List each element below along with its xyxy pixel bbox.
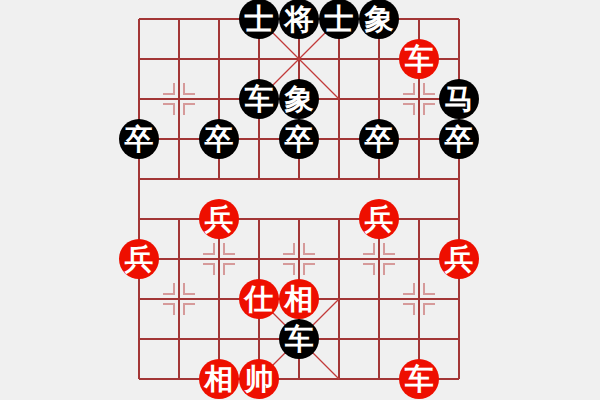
board-point-c6r1[interactable] [359, 39, 399, 79]
board-point-c1r7[interactable] [159, 279, 199, 319]
board-point-c8r7[interactable] [439, 279, 479, 319]
board-point-c1r4[interactable] [159, 159, 199, 199]
board-point-c3r4[interactable] [239, 159, 279, 199]
board-point-c0r5[interactable] [119, 199, 159, 239]
board-point-c2r4[interactable] [199, 159, 239, 199]
board-point-c5r4[interactable] [319, 159, 359, 199]
board-point-c4r7[interactable]: 相 [279, 279, 319, 319]
board-point-c2r5[interactable]: 兵 [199, 199, 239, 239]
board-point-c8r0[interactable] [439, 0, 479, 39]
board-point-c3r6[interactable] [239, 239, 279, 279]
board-point-c8r4[interactable] [439, 159, 479, 199]
board-point-c8r9[interactable] [439, 359, 479, 399]
piece-black-advisor[interactable]: 士 [319, 0, 359, 39]
piece-black-soldier[interactable]: 卒 [279, 119, 319, 159]
board-point-c1r5[interactable] [159, 199, 199, 239]
board-point-c3r0[interactable]: 士 [239, 0, 279, 39]
board-point-c8r8[interactable] [439, 319, 479, 359]
board-grid: 士将士象车车象马卒卒卒卒卒兵兵兵兵仕相车相帅车 [119, 0, 479, 399]
board-point-c1r3[interactable] [159, 119, 199, 159]
board-point-c1r2[interactable] [159, 79, 199, 119]
board-point-c6r2[interactable] [359, 79, 399, 119]
piece-red-elephant[interactable]: 相 [199, 359, 239, 399]
board-point-c1r6[interactable] [159, 239, 199, 279]
piece-red-elephant[interactable]: 相 [279, 279, 319, 319]
board-point-c6r8[interactable] [359, 319, 399, 359]
piece-black-soldier[interactable]: 卒 [199, 119, 239, 159]
board-point-c5r1[interactable] [319, 39, 359, 79]
piece-black-chariot[interactable]: 车 [239, 79, 279, 119]
board-point-c8r1[interactable] [439, 39, 479, 79]
piece-black-soldier[interactable]: 卒 [119, 119, 159, 159]
piece-black-general[interactable]: 将 [279, 0, 319, 39]
board-point-c2r1[interactable] [199, 39, 239, 79]
board-point-c0r6[interactable]: 兵 [119, 239, 159, 279]
board-point-c7r6[interactable] [399, 239, 439, 279]
board-point-c1r1[interactable] [159, 39, 199, 79]
board-point-c4r3[interactable]: 卒 [279, 119, 319, 159]
board-point-c5r8[interactable] [319, 319, 359, 359]
piece-black-soldier[interactable]: 卒 [359, 119, 399, 159]
board-point-c3r9[interactable]: 帅 [239, 359, 279, 399]
board-point-c8r2[interactable]: 马 [439, 79, 479, 119]
board-point-c6r0[interactable]: 象 [359, 0, 399, 39]
board-point-c0r3[interactable]: 卒 [119, 119, 159, 159]
board-point-c5r6[interactable] [319, 239, 359, 279]
board-point-c0r9[interactable] [119, 359, 159, 399]
piece-black-horse[interactable]: 马 [439, 79, 479, 119]
piece-red-soldier[interactable]: 兵 [359, 199, 399, 239]
board-point-c8r3[interactable]: 卒 [439, 119, 479, 159]
board-point-c3r1[interactable] [239, 39, 279, 79]
board-point-c7r5[interactable] [399, 199, 439, 239]
board-point-c2r0[interactable] [199, 0, 239, 39]
board-point-c6r9[interactable] [359, 359, 399, 399]
board-point-c4r5[interactable] [279, 199, 319, 239]
piece-red-chariot[interactable]: 车 [399, 359, 439, 399]
board-point-c7r3[interactable] [399, 119, 439, 159]
board-point-c1r0[interactable] [159, 0, 199, 39]
board-point-c4r2[interactable]: 象 [279, 79, 319, 119]
piece-red-chariot[interactable]: 车 [399, 39, 439, 79]
board-point-c7r9[interactable]: 车 [399, 359, 439, 399]
board-point-c7r7[interactable] [399, 279, 439, 319]
board-point-c6r6[interactable] [359, 239, 399, 279]
board-point-c2r7[interactable] [199, 279, 239, 319]
board-point-c3r3[interactable] [239, 119, 279, 159]
board-point-c2r9[interactable]: 相 [199, 359, 239, 399]
board-point-c4r6[interactable] [279, 239, 319, 279]
board-point-c5r0[interactable]: 士 [319, 0, 359, 39]
board-point-c5r7[interactable] [319, 279, 359, 319]
board-point-c7r1[interactable]: 车 [399, 39, 439, 79]
board-point-c0r0[interactable] [119, 0, 159, 39]
board-point-c2r8[interactable] [199, 319, 239, 359]
board-point-c1r9[interactable] [159, 359, 199, 399]
piece-black-advisor[interactable]: 士 [239, 0, 279, 39]
board-point-c7r8[interactable] [399, 319, 439, 359]
board-point-c1r8[interactable] [159, 319, 199, 359]
board-point-c7r4[interactable] [399, 159, 439, 199]
board-point-c6r3[interactable]: 卒 [359, 119, 399, 159]
board-point-c8r6[interactable]: 兵 [439, 239, 479, 279]
board-point-c0r8[interactable] [119, 319, 159, 359]
board-point-c6r7[interactable] [359, 279, 399, 319]
board-point-c8r5[interactable] [439, 199, 479, 239]
board-point-c3r2[interactable]: 车 [239, 79, 279, 119]
piece-black-chariot[interactable]: 车 [279, 319, 319, 359]
board-point-c4r0[interactable]: 将 [279, 0, 319, 39]
board-point-c5r5[interactable] [319, 199, 359, 239]
piece-red-soldier[interactable]: 兵 [439, 239, 479, 279]
board-point-c5r9[interactable] [319, 359, 359, 399]
board-point-c6r5[interactable]: 兵 [359, 199, 399, 239]
board-point-c2r3[interactable]: 卒 [199, 119, 239, 159]
board-point-c3r7[interactable]: 仕 [239, 279, 279, 319]
board-point-c7r0[interactable] [399, 0, 439, 39]
board-point-c7r2[interactable] [399, 79, 439, 119]
piece-red-soldier[interactable]: 兵 [119, 239, 159, 279]
piece-red-advisor[interactable]: 仕 [239, 279, 279, 319]
piece-black-elephant[interactable]: 象 [359, 0, 399, 39]
piece-black-soldier[interactable]: 卒 [439, 119, 479, 159]
board-point-c2r6[interactable] [199, 239, 239, 279]
board-point-c0r2[interactable] [119, 79, 159, 119]
board-point-c3r5[interactable] [239, 199, 279, 239]
board-point-c0r1[interactable] [119, 39, 159, 79]
board-point-c0r4[interactable] [119, 159, 159, 199]
board-point-c0r7[interactable] [119, 279, 159, 319]
board-point-c4r8[interactable]: 车 [279, 319, 319, 359]
board-point-c4r9[interactable] [279, 359, 319, 399]
piece-red-general[interactable]: 帅 [239, 359, 279, 399]
board-point-c6r4[interactable] [359, 159, 399, 199]
board-point-c4r4[interactable] [279, 159, 319, 199]
piece-black-elephant[interactable]: 象 [279, 79, 319, 119]
xiangqi-board: 士将士象车车象马卒卒卒卒卒兵兵兵兵仕相车相帅车 [0, 0, 600, 400]
board-point-c2r2[interactable] [199, 79, 239, 119]
board-point-c3r8[interactable] [239, 319, 279, 359]
piece-red-soldier[interactable]: 兵 [199, 199, 239, 239]
board-point-c5r2[interactable] [319, 79, 359, 119]
board-point-c5r3[interactable] [319, 119, 359, 159]
board-point-c4r1[interactable] [279, 39, 319, 79]
